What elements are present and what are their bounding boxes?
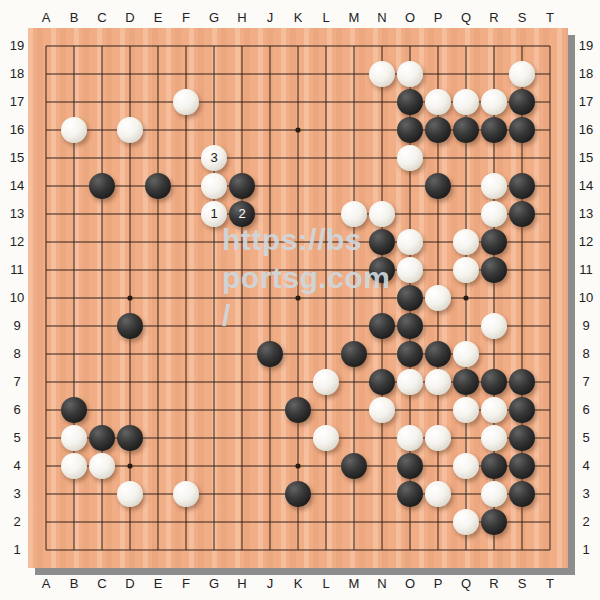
stone-black-r2[interactable] xyxy=(481,509,507,535)
stone-black-h14[interactable] xyxy=(229,173,255,199)
row-label-right-5: 5 xyxy=(572,429,600,447)
stone-black-c14[interactable] xyxy=(89,173,115,199)
stone-black-r11[interactable] xyxy=(481,257,507,283)
stone-black-r7[interactable] xyxy=(481,369,507,395)
row-label-left-11: 11 xyxy=(3,261,31,279)
stone-white-p7[interactable] xyxy=(425,369,451,395)
col-label-bottom-d: D xyxy=(116,575,144,593)
row-label-right-19: 19 xyxy=(572,37,600,55)
stone-black-o16[interactable] xyxy=(397,117,423,143)
col-label-top-q: Q xyxy=(452,9,480,27)
row-label-right-1: 1 xyxy=(572,541,600,559)
col-label-top-n: N xyxy=(368,9,396,27)
stone-white-f3[interactable] xyxy=(173,481,199,507)
row-label-left-3: 3 xyxy=(3,485,31,503)
row-label-right-3: 3 xyxy=(572,485,600,503)
stone-black-n9[interactable] xyxy=(369,313,395,339)
col-label-bottom-b: B xyxy=(60,575,88,593)
col-label-bottom-l: L xyxy=(312,575,340,593)
row-label-right-4: 4 xyxy=(572,457,600,475)
stone-white-l7[interactable] xyxy=(313,369,339,395)
star-point-q10 xyxy=(463,295,468,300)
row-label-right-2: 2 xyxy=(572,513,600,531)
stone-white-o15[interactable] xyxy=(397,145,423,171)
stone-black-s16[interactable] xyxy=(509,117,535,143)
stone-white-g15[interactable]: 3 xyxy=(201,145,227,171)
col-label-top-d: D xyxy=(116,9,144,27)
stone-black-d9[interactable] xyxy=(117,313,143,339)
stone-black-p16[interactable] xyxy=(425,117,451,143)
stone-black-n11[interactable] xyxy=(369,257,395,283)
stone-white-g13[interactable]: 1 xyxy=(201,201,227,227)
stone-white-q2[interactable] xyxy=(453,509,479,535)
stone-black-s4[interactable] xyxy=(509,453,535,479)
row-label-left-8: 8 xyxy=(3,345,31,363)
col-label-top-f: F xyxy=(172,9,200,27)
row-label-right-8: 8 xyxy=(572,345,600,363)
stone-black-c5[interactable] xyxy=(89,425,115,451)
col-label-top-b: B xyxy=(60,9,88,27)
stone-black-e14[interactable] xyxy=(145,173,171,199)
stone-white-r13[interactable] xyxy=(481,201,507,227)
row-label-left-12: 12 xyxy=(3,233,31,251)
stone-white-p10[interactable] xyxy=(425,285,451,311)
star-point-k4 xyxy=(295,463,300,468)
stone-white-q4[interactable] xyxy=(453,453,479,479)
row-label-left-13: 13 xyxy=(3,205,31,223)
stone-black-j8[interactable] xyxy=(257,341,283,367)
stone-white-o12[interactable] xyxy=(397,229,423,255)
row-label-right-11: 11 xyxy=(572,261,600,279)
row-label-left-10: 10 xyxy=(3,289,31,307)
star-point-d10 xyxy=(127,295,132,300)
stone-black-n12[interactable] xyxy=(369,229,395,255)
stone-black-s6[interactable] xyxy=(509,397,535,423)
col-label-bottom-p: P xyxy=(424,575,452,593)
row-label-right-6: 6 xyxy=(572,401,600,419)
row-label-right-9: 9 xyxy=(572,317,600,335)
row-label-right-7: 7 xyxy=(572,373,600,391)
stone-white-d16[interactable] xyxy=(117,117,143,143)
go-board[interactable]: 312 xyxy=(28,28,568,568)
stone-white-f17[interactable] xyxy=(173,89,199,115)
stone-black-p14[interactable] xyxy=(425,173,451,199)
star-point-k10 xyxy=(295,295,300,300)
stone-black-k6[interactable] xyxy=(285,397,311,423)
col-label-top-k: K xyxy=(284,9,312,27)
row-label-left-1: 1 xyxy=(3,541,31,559)
stone-black-o9[interactable] xyxy=(397,313,423,339)
stone-white-n13[interactable] xyxy=(369,201,395,227)
stone-black-k3[interactable] xyxy=(285,481,311,507)
col-label-bottom-g: G xyxy=(200,575,228,593)
stone-white-r9[interactable] xyxy=(481,313,507,339)
stone-black-o8[interactable] xyxy=(397,341,423,367)
move-number-2: 2 xyxy=(229,201,255,227)
col-label-top-m: M xyxy=(340,9,368,27)
row-label-left-6: 6 xyxy=(3,401,31,419)
col-label-bottom-n: N xyxy=(368,575,396,593)
col-label-bottom-f: F xyxy=(172,575,200,593)
col-label-bottom-j: J xyxy=(256,575,284,593)
stone-white-b5[interactable] xyxy=(61,425,87,451)
stone-black-s14[interactable] xyxy=(509,173,535,199)
stone-black-s13[interactable] xyxy=(509,201,535,227)
col-label-top-e: E xyxy=(144,9,172,27)
stone-white-p3[interactable] xyxy=(425,481,451,507)
stone-black-o4[interactable] xyxy=(397,453,423,479)
stone-white-r3[interactable] xyxy=(481,481,507,507)
row-label-left-14: 14 xyxy=(3,177,31,195)
stone-black-n7[interactable] xyxy=(369,369,395,395)
col-label-top-o: O xyxy=(396,9,424,27)
stone-white-c4[interactable] xyxy=(89,453,115,479)
col-label-bottom-o: O xyxy=(396,575,424,593)
col-label-top-t: T xyxy=(536,9,564,27)
stone-white-q17[interactable] xyxy=(453,89,479,115)
row-label-left-9: 9 xyxy=(3,317,31,335)
row-label-right-13: 13 xyxy=(572,205,600,223)
row-label-right-18: 18 xyxy=(572,65,600,83)
stone-black-s7[interactable] xyxy=(509,369,535,395)
stone-white-r6[interactable] xyxy=(481,397,507,423)
stone-black-s5[interactable] xyxy=(509,425,535,451)
row-label-right-16: 16 xyxy=(572,121,600,139)
col-label-top-a: A xyxy=(32,9,60,27)
stone-black-o17[interactable] xyxy=(397,89,423,115)
stone-white-q11[interactable] xyxy=(453,257,479,283)
row-label-right-15: 15 xyxy=(572,149,600,167)
stone-white-q12[interactable] xyxy=(453,229,479,255)
stone-white-r17[interactable] xyxy=(481,89,507,115)
stone-white-r14[interactable] xyxy=(481,173,507,199)
col-label-bottom-k: K xyxy=(284,575,312,593)
stone-black-s17[interactable] xyxy=(509,89,535,115)
col-label-bottom-r: R xyxy=(480,575,508,593)
row-label-left-7: 7 xyxy=(3,373,31,391)
col-label-bottom-a: A xyxy=(32,575,60,593)
row-label-right-12: 12 xyxy=(572,233,600,251)
col-label-bottom-e: E xyxy=(144,575,172,593)
col-label-top-g: G xyxy=(200,9,228,27)
stone-white-g14[interactable] xyxy=(201,173,227,199)
stone-black-m4[interactable] xyxy=(341,453,367,479)
stone-black-d5[interactable] xyxy=(117,425,143,451)
stone-white-d3[interactable] xyxy=(117,481,143,507)
stone-black-p8[interactable] xyxy=(425,341,451,367)
stone-black-r12[interactable] xyxy=(481,229,507,255)
stone-white-n6[interactable] xyxy=(369,397,395,423)
row-label-left-19: 19 xyxy=(3,37,31,55)
row-label-right-10: 10 xyxy=(572,289,600,307)
star-point-d4 xyxy=(127,463,132,468)
row-label-right-17: 17 xyxy=(572,93,600,111)
stone-white-n18[interactable] xyxy=(369,61,395,87)
move-number-1: 1 xyxy=(201,201,227,227)
stone-black-r4[interactable] xyxy=(481,453,507,479)
stone-black-o3[interactable] xyxy=(397,481,423,507)
row-label-left-2: 2 xyxy=(3,513,31,531)
col-label-top-r: R xyxy=(480,9,508,27)
row-label-left-16: 16 xyxy=(3,121,31,139)
stone-white-p5[interactable] xyxy=(425,425,451,451)
stone-black-m8[interactable] xyxy=(341,341,367,367)
row-label-left-18: 18 xyxy=(3,65,31,83)
stone-white-l5[interactable] xyxy=(313,425,339,451)
stone-black-q7[interactable] xyxy=(453,369,479,395)
col-label-top-c: C xyxy=(88,9,116,27)
stone-white-b16[interactable] xyxy=(61,117,87,143)
row-label-left-5: 5 xyxy=(3,429,31,447)
col-label-bottom-q: Q xyxy=(452,575,480,593)
row-label-left-17: 17 xyxy=(3,93,31,111)
stone-black-s3[interactable] xyxy=(509,481,535,507)
stone-white-r5[interactable] xyxy=(481,425,507,451)
stone-white-q6[interactable] xyxy=(453,397,479,423)
col-label-top-p: P xyxy=(424,9,452,27)
col-label-bottom-c: C xyxy=(88,575,116,593)
col-label-bottom-s: S xyxy=(508,575,536,593)
row-label-right-14: 14 xyxy=(572,177,600,195)
stone-white-o11[interactable] xyxy=(397,257,423,283)
stone-black-q16[interactable] xyxy=(453,117,479,143)
stone-white-p17[interactable] xyxy=(425,89,451,115)
stone-white-m13[interactable] xyxy=(341,201,367,227)
go-board-page: 312 https://bs portsg.com / AABBCCDDEEFF… xyxy=(0,0,600,600)
stone-white-b4[interactable] xyxy=(61,453,87,479)
col-label-top-h: H xyxy=(228,9,256,27)
stone-black-h13[interactable]: 2 xyxy=(229,201,255,227)
stone-black-r16[interactable] xyxy=(481,117,507,143)
stone-white-o7[interactable] xyxy=(397,369,423,395)
col-label-top-s: S xyxy=(508,9,536,27)
star-point-k16 xyxy=(295,127,300,132)
col-label-bottom-m: M xyxy=(340,575,368,593)
col-label-bottom-t: T xyxy=(536,575,564,593)
stone-black-b6[interactable] xyxy=(61,397,87,423)
stone-white-s18[interactable] xyxy=(509,61,535,87)
col-label-top-l: L xyxy=(312,9,340,27)
stone-white-o5[interactable] xyxy=(397,425,423,451)
col-label-top-j: J xyxy=(256,9,284,27)
stone-white-o18[interactable] xyxy=(397,61,423,87)
stone-black-o10[interactable] xyxy=(397,285,423,311)
stone-white-q8[interactable] xyxy=(453,341,479,367)
row-label-left-15: 15 xyxy=(3,149,31,167)
col-label-bottom-h: H xyxy=(228,575,256,593)
row-label-left-4: 4 xyxy=(3,457,31,475)
move-number-3: 3 xyxy=(201,145,227,171)
